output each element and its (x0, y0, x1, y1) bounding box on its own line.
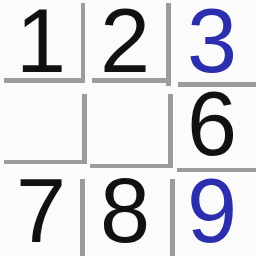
cell-r1c2[interactable]: 6 (168, 81, 256, 166)
grid-line-h2-col1 (4, 160, 85, 165)
cell-r2c0[interactable]: 7 (0, 166, 82, 256)
grid-line-h2-col3 (177, 168, 256, 173)
grid-line-h1-col2 (92, 78, 167, 83)
grid-line-h1-col1 (4, 78, 85, 83)
grid-line-v1-row3 (80, 179, 85, 256)
cell-r2c1[interactable]: 8 (82, 166, 168, 256)
cell-r1c0[interactable] (0, 81, 82, 166)
grid-line-v2-row3 (170, 179, 175, 256)
grid-line-v1-row1 (81, 3, 86, 83)
cell-r1c1[interactable] (82, 81, 168, 166)
cell-r0c0[interactable]: 1 (0, 0, 82, 81)
grid-line-h2-col2 (90, 164, 173, 169)
sudoku-board: 1 2 3 6 7 8 9 (0, 0, 256, 256)
sudoku-icon: 1 2 3 6 7 8 9 (0, 0, 256, 256)
cell-r0c1[interactable]: 2 (82, 0, 168, 81)
cell-r0c2[interactable]: 3 (168, 0, 256, 81)
grid-line-h1-col3 (178, 82, 256, 87)
grid-line-v1-row2 (82, 94, 87, 164)
grid-line-v2-row2 (168, 94, 173, 168)
grid-line-v2-row1 (166, 3, 171, 86)
cell-r2c2[interactable]: 9 (168, 166, 256, 256)
